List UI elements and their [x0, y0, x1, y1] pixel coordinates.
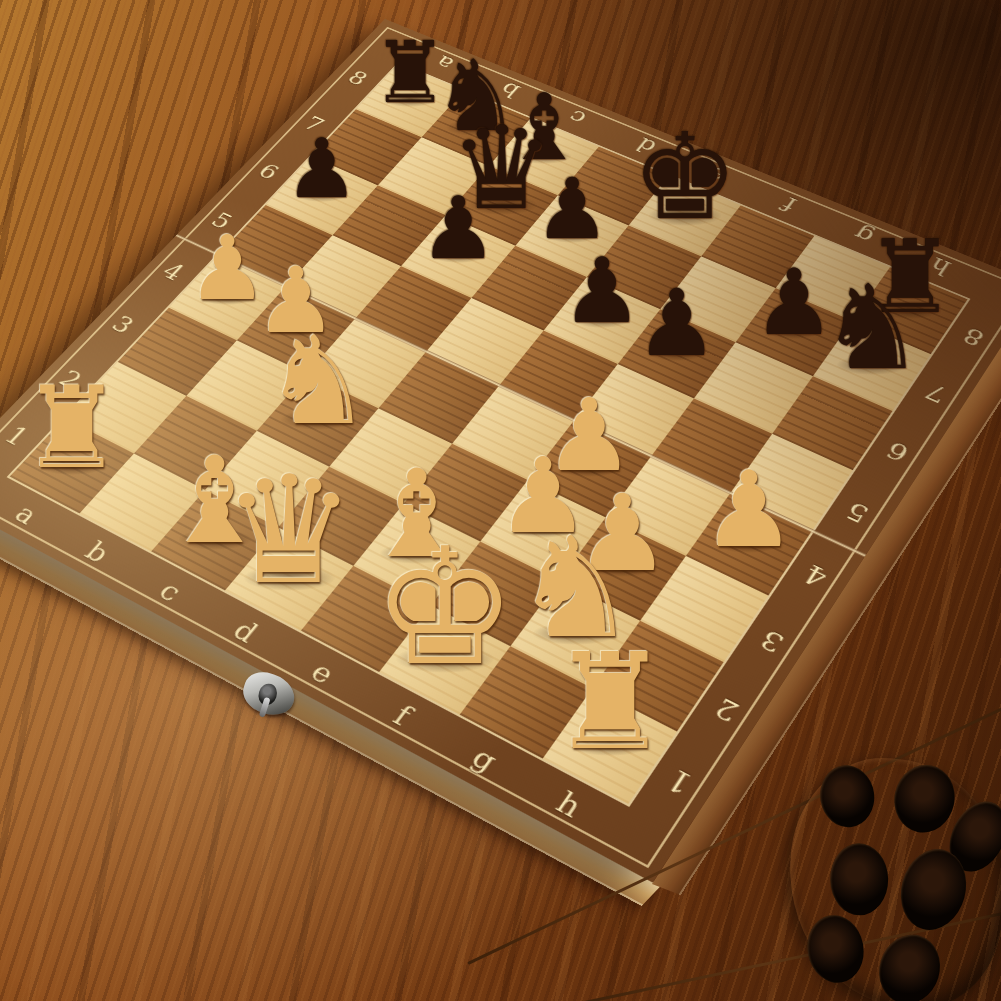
scene: 11aa22bb33cc44dd55ee66ff77gg88hh ♜♞♝♚♜♛♟… — [0, 0, 1001, 1001]
lotus-pod-hole — [871, 927, 949, 1001]
lotus-pod-hole — [830, 843, 889, 916]
